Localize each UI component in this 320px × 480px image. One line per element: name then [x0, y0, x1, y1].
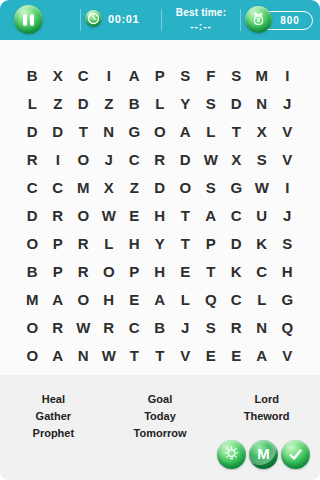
grid-cell-r7-c1[interactable]: O — [20, 229, 46, 257]
grid-cell-r8-c1[interactable]: B — [20, 257, 46, 285]
word-item: Gather — [0, 408, 107, 425]
coins-value: 800 — [268, 15, 300, 26]
grid-cell-r9-c1[interactable]: M — [20, 285, 46, 313]
grid-cell-r11-c10[interactable]: A — [249, 341, 275, 369]
grid-cell-r5-c9[interactable]: G — [224, 173, 250, 201]
grid-cell-r1-c8[interactable]: F — [198, 61, 224, 89]
grid-cell-r9-c6[interactable]: A — [147, 285, 173, 313]
grid-cell-r10-c8[interactable]: S — [198, 313, 224, 341]
grid-cell-r6-c10[interactable]: U — [249, 201, 275, 229]
letter-grid[interactable]: BXCIAPSFSMILZDZBLYSDNJDDTNGOALTXVRIOJCRD… — [20, 61, 301, 369]
grid-cell-r5-c11[interactable]: I — [275, 173, 301, 201]
coins-badge[interactable]: 800 $ — [245, 4, 314, 36]
grid-cell-r6-c3[interactable]: O — [71, 201, 97, 229]
grid-cell-r7-c11[interactable]: S — [275, 229, 301, 257]
grid-cell-r6-c5[interactable]: E — [122, 201, 148, 229]
word-column: GoalTodayTomorrow — [107, 391, 214, 442]
grid-cell-r11-c7[interactable]: V — [173, 341, 199, 369]
grid-cell-r7-c6[interactable]: Y — [147, 229, 173, 257]
grid-cell-r9-c10[interactable]: L — [249, 285, 275, 313]
grid-cell-r4-c6[interactable]: R — [147, 145, 173, 173]
grid-cell-r2-c5[interactable]: B — [122, 89, 148, 117]
grid-cell-r10-c5[interactable]: C — [122, 313, 148, 341]
grid-cell-r10-c6[interactable]: B — [147, 313, 173, 341]
grid-cell-r11-c1[interactable]: O — [20, 341, 46, 369]
grid-cell-r7-c9[interactable]: D — [224, 229, 250, 257]
grid-cell-r11-c2[interactable]: A — [45, 341, 71, 369]
grid-cell-r4-c8[interactable]: W — [198, 145, 224, 173]
grid-cell-r2-c4[interactable]: Z — [96, 89, 122, 117]
grid-cell-r11-c4[interactable]: W — [96, 341, 122, 369]
grid-cell-r4-c10[interactable]: S — [249, 145, 275, 173]
divider — [161, 9, 162, 31]
grid-cell-r8-c7[interactable]: E — [173, 257, 199, 285]
grid-cell-r9-c7[interactable]: L — [173, 285, 199, 313]
grid-cell-r1-c10[interactable]: M — [249, 61, 275, 89]
grid-cell-r2-c11[interactable]: J — [275, 89, 301, 117]
grid-cell-r9-c9[interactable]: C — [224, 285, 250, 313]
m-button[interactable]: M — [249, 440, 278, 469]
timer-clock-icon — [85, 10, 102, 27]
word-item: Heal — [0, 391, 107, 408]
grid-cell-r10-c4[interactable]: R — [96, 313, 122, 341]
grid-cell-r11-c5[interactable]: T — [122, 341, 148, 369]
grid-cell-r10-c3[interactable]: W — [71, 313, 97, 341]
grid-cell-r1-c5[interactable]: A — [122, 61, 148, 89]
grid-cell-r3-c10[interactable]: X — [249, 117, 275, 145]
word-item: Lord — [213, 391, 320, 408]
grid-cell-r1-c7[interactable]: S — [173, 61, 199, 89]
grid-cell-r3-c8[interactable]: L — [198, 117, 224, 145]
grid-cell-r1-c6[interactable]: P — [147, 61, 173, 89]
grid-cell-r6-c7[interactable]: T — [173, 201, 199, 229]
grid-cell-r3-c3[interactable]: T — [71, 117, 97, 145]
grid-cell-r2-c6[interactable]: L — [147, 89, 173, 117]
grid-cell-r11-c6[interactable]: T — [147, 341, 173, 369]
grid-cell-r5-c2[interactable]: C — [45, 173, 71, 201]
grid-cell-r8-c9[interactable]: K — [224, 257, 250, 285]
grid-cell-r8-c8[interactable]: T — [198, 257, 224, 285]
grid-cell-r6-c2[interactable]: R — [45, 201, 71, 229]
word-item: Prophet — [0, 425, 107, 442]
word-item: Goal — [107, 391, 214, 408]
grid-cell-r4-c7[interactable]: D — [173, 145, 199, 173]
lightbulb-icon — [222, 445, 241, 464]
grid-cell-r3-c9[interactable]: T — [224, 117, 250, 145]
grid-cell-r7-c10[interactable]: K — [249, 229, 275, 257]
check-button[interactable] — [281, 440, 310, 469]
word-panel: HealGatherProphetGoalTodayTomorrowLordTh… — [0, 375, 320, 480]
grid-cell-r2-c8[interactable]: S — [198, 89, 224, 117]
grid-cell-r9-c5[interactable]: E — [122, 285, 148, 313]
grid-cell-r3-c1[interactable]: D — [20, 117, 46, 145]
grid-cell-r11-c8[interactable]: E — [198, 341, 224, 369]
grid-cell-r3-c4[interactable]: N — [96, 117, 122, 145]
grid-cell-r10-c2[interactable]: R — [45, 313, 71, 341]
grid-cell-r8-c11[interactable]: H — [275, 257, 301, 285]
check-icon — [286, 445, 305, 464]
grid-cell-r6-c9[interactable]: C — [224, 201, 250, 229]
grid-cell-r2-c3[interactable]: D — [71, 89, 97, 117]
grid-cell-r5-c5[interactable]: Z — [122, 173, 148, 201]
grid-cell-r9-c3[interactable]: O — [71, 285, 97, 313]
grid-cell-r7-c4[interactable]: L — [96, 229, 122, 257]
grid-cell-r4-c1[interactable]: R — [20, 145, 46, 173]
grid-cell-r3-c7[interactable]: A — [173, 117, 199, 145]
grid-cell-r2-c7[interactable]: Y — [173, 89, 199, 117]
grid-cell-r7-c8[interactable]: P — [198, 229, 224, 257]
grid-cell-r7-c5[interactable]: H — [122, 229, 148, 257]
grid-cell-r9-c4[interactable]: H — [96, 285, 122, 313]
grid-cell-r4-c5[interactable]: C — [122, 145, 148, 173]
grid-cell-r10-c11[interactable]: Q — [275, 313, 301, 341]
timer-value: 00:01 — [108, 13, 139, 25]
grid-cell-r8-c5[interactable]: P — [122, 257, 148, 285]
grid-cell-r7-c3[interactable]: R — [71, 229, 97, 257]
grid-cell-r6-c8[interactable]: A — [198, 201, 224, 229]
grid-cell-r3-c2[interactable]: D — [45, 117, 71, 145]
pause-icon — [23, 14, 34, 26]
best-time-label: Best time: — [163, 7, 239, 18]
grid-cell-r3-c11[interactable]: V — [275, 117, 301, 145]
grid-cell-r4-c9[interactable]: X — [224, 145, 250, 173]
grid-cell-r5-c10[interactable]: W — [249, 173, 275, 201]
grid-cell-r1-c2[interactable]: X — [45, 61, 71, 89]
board-area: BXCIAPSFSMILZDZBLYSDNJDDTNGOALTXVRIOJCRD… — [0, 40, 320, 375]
best-time-block: Best time: --:-- — [163, 7, 239, 32]
grid-cell-r5-c7[interactable]: O — [173, 173, 199, 201]
action-buttons: M — [217, 440, 310, 469]
grid-cell-r10-c10[interactable]: N — [249, 313, 275, 341]
grid-cell-r5-c3[interactable]: M — [71, 173, 97, 201]
grid-cell-r2-c2[interactable]: Z — [45, 89, 71, 117]
grid-cell-r5-c1[interactable]: C — [20, 173, 46, 201]
word-column: LordTheword — [213, 391, 320, 442]
pause-button[interactable] — [14, 5, 43, 34]
hint-button[interactable] — [217, 440, 246, 469]
grid-cell-r2-c1[interactable]: L — [20, 89, 46, 117]
grid-cell-r11-c11[interactable]: V — [275, 341, 301, 369]
grid-cell-r1-c3[interactable]: C — [71, 61, 97, 89]
word-item: Tomorrow — [107, 425, 214, 442]
grid-cell-r8-c10[interactable]: C — [249, 257, 275, 285]
grid-cell-r2-c9[interactable]: D — [224, 89, 250, 117]
grid-cell-r3-c5[interactable]: G — [122, 117, 148, 145]
word-search-app: 00:01 Best time: --:-- 800 $ BXCIAPSFSMI… — [0, 0, 320, 480]
m-button-label: M — [257, 446, 270, 461]
grid-cell-r11-c9[interactable]: E — [224, 341, 250, 369]
grid-cell-r9-c11[interactable]: G — [275, 285, 301, 313]
grid-cell-r8-c2[interactable]: P — [45, 257, 71, 285]
grid-cell-r1-c9[interactable]: S — [224, 61, 250, 89]
grid-cell-r10-c1[interactable]: O — [20, 313, 46, 341]
grid-cell-r1-c1[interactable]: B — [20, 61, 46, 89]
grid-cell-r8-c6[interactable]: H — [147, 257, 173, 285]
grid-cell-r3-c6[interactable]: O — [147, 117, 173, 145]
grid-cell-r5-c4[interactable]: X — [96, 173, 122, 201]
grid-cell-r4-c4[interactable]: J — [96, 145, 122, 173]
grid-cell-r1-c4[interactable]: I — [96, 61, 122, 89]
grid-cell-r4-c11[interactable]: V — [275, 145, 301, 173]
grid-cell-r6-c6[interactable]: H — [147, 201, 173, 229]
grid-cell-r11-c3[interactable]: N — [71, 341, 97, 369]
grid-cell-r10-c9[interactable]: R — [224, 313, 250, 341]
grid-cell-r6-c4[interactable]: W — [96, 201, 122, 229]
best-time-value: --:-- — [163, 21, 239, 32]
word-list: HealGatherProphetGoalTodayTomorrowLordTh… — [0, 375, 320, 442]
divider — [240, 9, 241, 31]
word-column: HealGatherProphet — [0, 391, 107, 442]
divider — [80, 9, 81, 31]
svg-text:$: $ — [257, 17, 261, 23]
grid-cell-r10-c7[interactable]: J — [173, 313, 199, 341]
money-bag-icon: $ — [245, 6, 272, 33]
grid-cell-r7-c2[interactable]: P — [45, 229, 71, 257]
grid-cell-r4-c2[interactable]: I — [45, 145, 71, 173]
grid-cell-r5-c8[interactable]: S — [198, 173, 224, 201]
grid-cell-r6-c1[interactable]: D — [20, 201, 46, 229]
grid-cell-r2-c10[interactable]: N — [249, 89, 275, 117]
grid-cell-r7-c7[interactable]: T — [173, 229, 199, 257]
word-item: Theword — [213, 408, 320, 425]
top-bar: 00:01 Best time: --:-- 800 $ — [0, 0, 320, 40]
grid-cell-r1-c11[interactable]: I — [275, 61, 301, 89]
grid-cell-r5-c6[interactable]: D — [147, 173, 173, 201]
grid-cell-r9-c2[interactable]: A — [45, 285, 71, 313]
grid-cell-r8-c3[interactable]: R — [71, 257, 97, 285]
grid-cell-r4-c3[interactable]: O — [71, 145, 97, 173]
grid-cell-r9-c8[interactable]: Q — [198, 285, 224, 313]
grid-cell-r6-c11[interactable]: J — [275, 201, 301, 229]
grid-cell-r8-c4[interactable]: O — [96, 257, 122, 285]
word-item: Today — [107, 408, 214, 425]
